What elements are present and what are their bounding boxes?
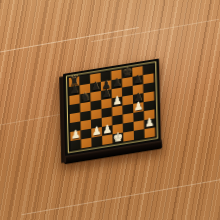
chessboard: ♜♚♟♟♟♟♟♞♟♟♟♟♟♟♟♟♚: [63, 59, 161, 157]
square-b1: [81, 138, 92, 149]
square-e1: ♚: [113, 133, 124, 144]
square-g1: [134, 129, 145, 140]
board-grid: ♜♚♟♟♟♟♟♞♟♟♟♟♟♟♟♟♚: [69, 64, 155, 150]
square-f1: [123, 131, 134, 142]
square-h1: [144, 127, 155, 138]
square-a1: [70, 139, 81, 150]
square-c1: [92, 136, 103, 147]
square-d1: [102, 134, 113, 145]
miniature-chessboard-tile: ♜♚♟♟♟♟♟♞♟♟♟♟♟♟♟♟♚: [63, 59, 161, 157]
board-pinstripe-frame: ♜♚♟♟♟♟♟♞♟♟♟♟♟♟♟♟♚: [66, 61, 158, 153]
